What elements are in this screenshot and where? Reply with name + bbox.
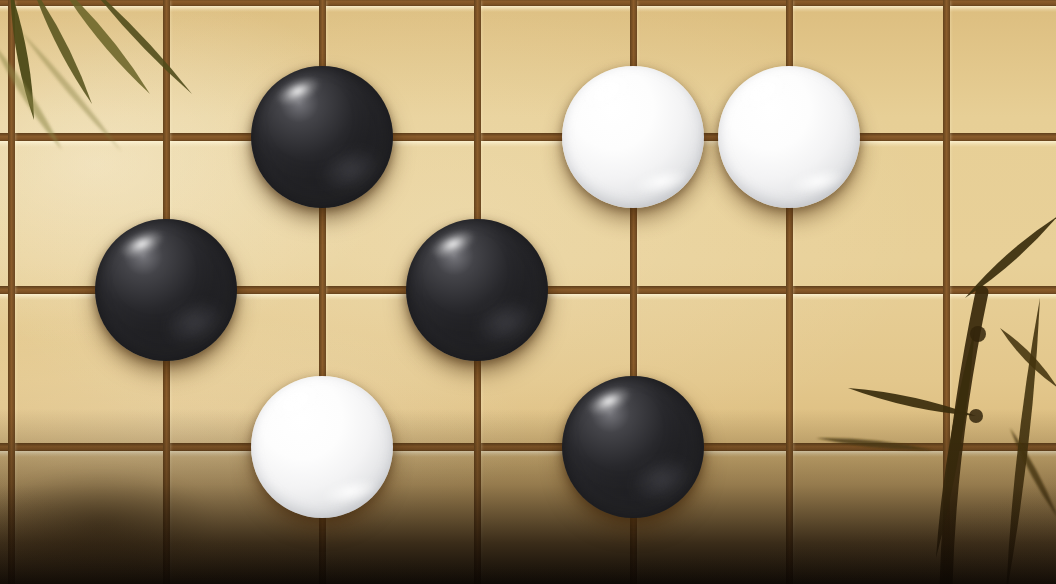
white-stone[interactable] (251, 376, 393, 518)
black-stone[interactable] (95, 219, 237, 361)
black-stone[interactable] (251, 66, 393, 208)
go-board-closeup (0, 0, 1056, 584)
black-stone[interactable] (562, 376, 704, 518)
white-stone[interactable] (718, 66, 860, 208)
white-stone[interactable] (562, 66, 704, 208)
board-play-surface[interactable] (0, 0, 1056, 584)
black-stone[interactable] (406, 219, 548, 361)
